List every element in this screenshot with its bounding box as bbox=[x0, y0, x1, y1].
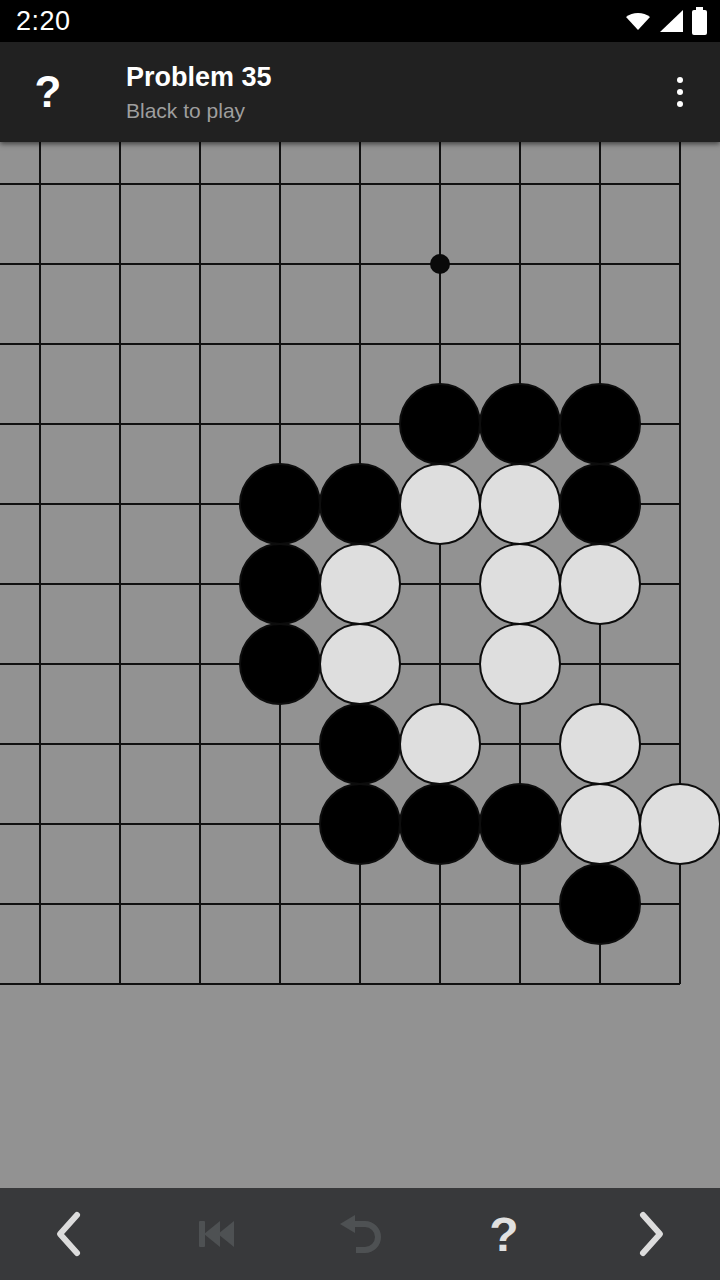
white-stone[interactable] bbox=[319, 543, 401, 625]
white-stone[interactable] bbox=[399, 463, 481, 545]
white-stone[interactable] bbox=[319, 623, 401, 705]
white-stone[interactable] bbox=[399, 703, 481, 785]
overflow-menu-icon[interactable] bbox=[652, 42, 708, 142]
chevron-right-icon bbox=[624, 1210, 672, 1258]
black-stone[interactable] bbox=[239, 623, 321, 705]
black-stone[interactable] bbox=[319, 463, 401, 545]
black-stone[interactable] bbox=[559, 463, 641, 545]
undo-button[interactable] bbox=[288, 1188, 432, 1280]
stones-layer bbox=[0, 144, 720, 1024]
black-stone[interactable] bbox=[479, 783, 561, 865]
white-stone[interactable] bbox=[639, 783, 720, 865]
go-board[interactable] bbox=[0, 142, 720, 1188]
black-stone[interactable] bbox=[399, 783, 481, 865]
battery-icon bbox=[691, 7, 708, 35]
skip-to-start-icon bbox=[192, 1210, 240, 1258]
star-point bbox=[430, 254, 450, 274]
skip-to-first-button[interactable] bbox=[144, 1188, 288, 1280]
white-stone[interactable] bbox=[559, 543, 641, 625]
wifi-icon bbox=[624, 9, 652, 33]
status-bar: 2:20 bbox=[0, 0, 720, 42]
white-stone[interactable] bbox=[559, 783, 641, 865]
chevron-left-icon bbox=[48, 1210, 96, 1258]
black-stone[interactable] bbox=[239, 463, 321, 545]
app-bar: ? Problem 35 Black to play bbox=[0, 42, 720, 142]
status-icons bbox=[624, 7, 708, 35]
black-stone[interactable] bbox=[559, 383, 641, 465]
black-stone[interactable] bbox=[239, 543, 321, 625]
page-subtitle: Black to play bbox=[126, 97, 272, 125]
help-icon[interactable]: ? bbox=[0, 42, 96, 142]
white-stone[interactable] bbox=[479, 543, 561, 625]
black-stone[interactable] bbox=[479, 383, 561, 465]
question-mark-icon: ? bbox=[489, 1207, 518, 1262]
black-stone[interactable] bbox=[399, 383, 481, 465]
white-stone[interactable] bbox=[559, 703, 641, 785]
back-button[interactable] bbox=[0, 1188, 144, 1280]
white-stone[interactable] bbox=[479, 463, 561, 545]
undo-icon bbox=[336, 1210, 384, 1258]
title-block: Problem 35 Black to play bbox=[126, 60, 272, 125]
white-stone[interactable] bbox=[479, 623, 561, 705]
forward-button[interactable] bbox=[576, 1188, 720, 1280]
black-stone[interactable] bbox=[319, 703, 401, 785]
clock: 2:20 bbox=[16, 6, 71, 37]
bottom-nav-bar: ? bbox=[0, 1188, 720, 1280]
cell-signal-icon bbox=[659, 9, 684, 33]
page-title: Problem 35 bbox=[126, 60, 272, 94]
black-stone[interactable] bbox=[559, 863, 641, 945]
hint-button[interactable]: ? bbox=[432, 1188, 576, 1280]
black-stone[interactable] bbox=[319, 783, 401, 865]
